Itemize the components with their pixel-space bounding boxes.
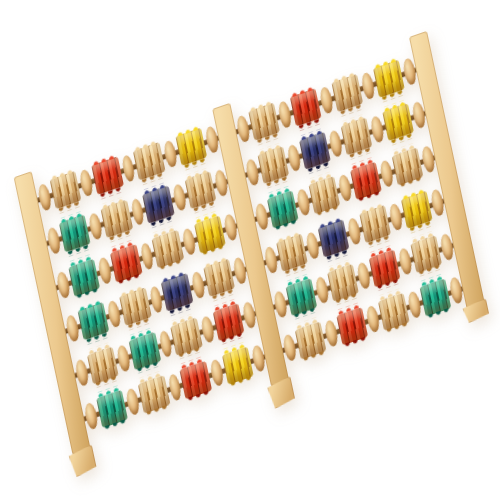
yellow-spiked-roller <box>401 191 433 229</box>
red-spiked-roller <box>212 303 244 342</box>
wood-bead <box>190 271 206 300</box>
wood-bead <box>305 231 321 260</box>
wood-spiked-roller <box>391 147 423 185</box>
red-spiked-roller <box>368 249 400 287</box>
product-photo <box>0 0 500 500</box>
wood-spiked-roller <box>308 176 340 214</box>
navy-spiked-roller <box>299 132 331 170</box>
wood-bead <box>162 139 178 168</box>
wood-spiked-roller <box>359 205 391 243</box>
wood-spiked-roller <box>341 118 373 156</box>
wood-bead <box>296 188 312 217</box>
navy-spiked-roller <box>143 186 175 225</box>
wood-spiked-roller <box>410 235 442 273</box>
wood-spiked-roller <box>152 229 184 268</box>
teal-spiked-roller <box>96 390 128 429</box>
wood-spiked-roller <box>101 200 133 239</box>
red-spiked-roller <box>350 161 382 199</box>
wood-spiked-roller <box>170 317 202 356</box>
yellow-spiked-roller <box>382 103 414 141</box>
wood-bead <box>277 100 293 129</box>
wood-spiked-roller <box>276 234 308 272</box>
yellow-spiked-roller <box>222 346 254 385</box>
teal-spiked-roller <box>267 190 299 228</box>
wood-bead <box>200 314 216 343</box>
red-spiked-roller <box>110 244 142 283</box>
wood-spiked-roller <box>133 142 165 181</box>
wood-spiked-roller <box>138 375 170 414</box>
navy-spiked-roller <box>317 219 349 257</box>
red-spiked-roller <box>336 307 368 345</box>
wood-bead <box>337 173 353 202</box>
teal-spiked-roller <box>285 278 317 316</box>
wood-bead <box>314 275 330 304</box>
wood-bead <box>172 183 188 212</box>
foot-massager <box>19 44 481 444</box>
wood-spiked-roller <box>257 146 289 184</box>
wood-bead <box>286 144 302 173</box>
wood-spiked-roller <box>378 293 410 331</box>
navy-spiked-roller <box>161 273 193 312</box>
wood-spiked-roller <box>119 288 151 327</box>
wood-bead <box>365 304 381 333</box>
red-spiked-roller <box>290 88 322 126</box>
wood-spiked-roller <box>87 346 119 385</box>
wood-bead <box>328 129 344 158</box>
teal-spiked-roller <box>129 331 161 370</box>
teal-spiked-roller <box>59 215 91 254</box>
wood-bead <box>181 227 197 256</box>
yellow-spiked-roller <box>175 128 207 167</box>
wood-bead <box>324 319 340 348</box>
red-spiked-roller <box>91 156 123 195</box>
wood-spiked-roller <box>203 259 235 298</box>
teal-spiked-roller <box>419 278 451 316</box>
wood-spiked-roller <box>327 263 359 301</box>
yellow-spiked-roller <box>373 60 405 98</box>
wood-bead <box>209 358 225 387</box>
red-spiked-roller <box>180 361 212 400</box>
wood-bead <box>319 86 335 115</box>
teal-spiked-roller <box>77 302 109 341</box>
wood-spiked-roller <box>331 74 363 112</box>
wood-spiked-roller <box>49 171 81 210</box>
wood-bead <box>347 217 363 246</box>
teal-spiked-roller <box>68 258 100 297</box>
wood-bead <box>356 261 372 290</box>
yellow-spiked-roller <box>194 215 226 254</box>
wood-spiked-roller <box>294 321 326 359</box>
wood-spiked-roller <box>248 103 280 141</box>
wood-spiked-roller <box>184 171 216 210</box>
